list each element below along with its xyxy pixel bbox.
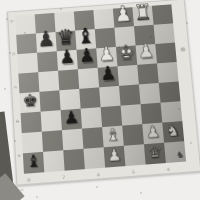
square-a2[interactable]: ♜ (132, 6, 153, 26)
piece-white-rook-a2[interactable]: ♜ (133, 1, 152, 24)
square-h4[interactable]: ♟ (104, 146, 126, 168)
piece-black-pawn-b7[interactable]: ♟ (37, 27, 56, 50)
square-c7[interactable] (37, 51, 58, 72)
square-d7[interactable] (38, 71, 59, 92)
piece-black-pawn-f6[interactable]: ♟ (63, 108, 79, 126)
square-c2[interactable]: ♟ (136, 44, 157, 65)
piece-white-pawn-c2[interactable]: ♟ (137, 42, 155, 62)
dust-speck (4, 88, 6, 90)
square-e5[interactable] (79, 87, 100, 108)
piece-black-pawn-c5[interactable]: ♟ (78, 46, 95, 66)
square-h1[interactable]: ♞ (164, 141, 186, 163)
board-grid: ♟♜♟♛♝♟♟♟♚♟♟♚♟♝♟♞♝♟♛♞ (15, 4, 186, 173)
dust-speck (36, 196, 38, 198)
square-a8[interactable] (15, 14, 36, 35)
piece-white-king-c3[interactable]: ♚ (118, 43, 135, 63)
dust-speck (96, 186, 98, 188)
square-g1[interactable]: ♞ (162, 121, 184, 143)
square-h7[interactable] (43, 150, 65, 172)
brand-mark: ® (179, 46, 187, 55)
square-g6[interactable] (62, 129, 84, 151)
square-d4[interactable]: ♟ (98, 66, 119, 87)
square-f5[interactable] (81, 107, 102, 128)
square-d1[interactable] (157, 62, 179, 83)
square-c5[interactable]: ♟ (76, 48, 97, 69)
piece-white-pawn-g2[interactable]: ♟ (145, 124, 161, 141)
square-f8[interactable] (21, 112, 42, 134)
square-e7[interactable] (39, 90, 60, 111)
square-a3[interactable]: ♟ (113, 7, 134, 27)
piece-black-bishop-h8[interactable]: ♝ (26, 153, 41, 170)
square-c1[interactable] (155, 43, 176, 64)
square-d3[interactable] (117, 65, 138, 86)
square-a4[interactable] (93, 9, 114, 29)
square-b1[interactable] (154, 23, 175, 44)
square-e3[interactable] (119, 84, 141, 105)
square-h6[interactable] (63, 149, 85, 171)
piece-white-queen-h2[interactable]: ♛ (147, 144, 163, 161)
square-b7[interactable]: ♟ (36, 32, 57, 53)
square-d5[interactable] (78, 68, 99, 89)
square-h3[interactable] (124, 144, 146, 166)
square-c6[interactable]: ♟ (57, 50, 78, 71)
square-g8[interactable] (22, 132, 43, 154)
square-e8[interactable]: ♚ (19, 92, 40, 113)
piece-black-pawn-c6[interactable]: ♟ (58, 47, 75, 67)
square-g4[interactable]: ♝ (102, 126, 124, 148)
square-d2[interactable] (137, 63, 159, 84)
board-photo: ♟♜♟♛♝♟♟♟♚♟♟♚♟♝♟♞♝♟♛♞ 8 7 6 5 4 3 2 1 a b… (0, 0, 200, 200)
dust-speck (140, 192, 142, 194)
piece-white-pawn-h4[interactable]: ♟ (107, 147, 123, 164)
square-b8[interactable] (16, 33, 37, 54)
square-h2[interactable]: ♛ (144, 143, 166, 165)
square-f4[interactable] (101, 106, 123, 127)
piece-white-knight-g1[interactable]: ♞ (165, 122, 181, 139)
piece-black-king-e8[interactable]: ♚ (22, 92, 38, 110)
square-e4[interactable] (99, 86, 120, 107)
piece-black-pawn-d4[interactable]: ♟ (99, 64, 116, 84)
piece-white-bishop-g4[interactable]: ♝ (105, 127, 121, 144)
square-g3[interactable] (122, 124, 144, 146)
square-h8[interactable]: ♝ (23, 152, 44, 174)
square-d6[interactable] (58, 69, 79, 90)
board-brand-logo-knight-icon: ♞ (176, 150, 185, 160)
square-c3[interactable]: ♚ (116, 45, 137, 66)
square-c8[interactable] (17, 53, 38, 74)
square-e2[interactable] (139, 83, 161, 104)
square-a1[interactable] (152, 4, 173, 24)
square-f6[interactable]: ♟ (61, 109, 82, 130)
square-e1[interactable] (159, 81, 181, 102)
square-g5[interactable] (82, 127, 104, 149)
piece-white-pawn-a3[interactable]: ♟ (113, 2, 132, 25)
board-sheet: ♟♜♟♛♝♟♟♟♚♟♟♚♟♝♟♞♝♟♛♞ 8 7 6 5 4 3 2 1 a b… (7, 0, 200, 186)
square-f7[interactable] (41, 110, 62, 132)
square-g7[interactable] (42, 130, 63, 152)
square-f3[interactable] (121, 104, 143, 125)
square-h5[interactable] (83, 147, 105, 169)
